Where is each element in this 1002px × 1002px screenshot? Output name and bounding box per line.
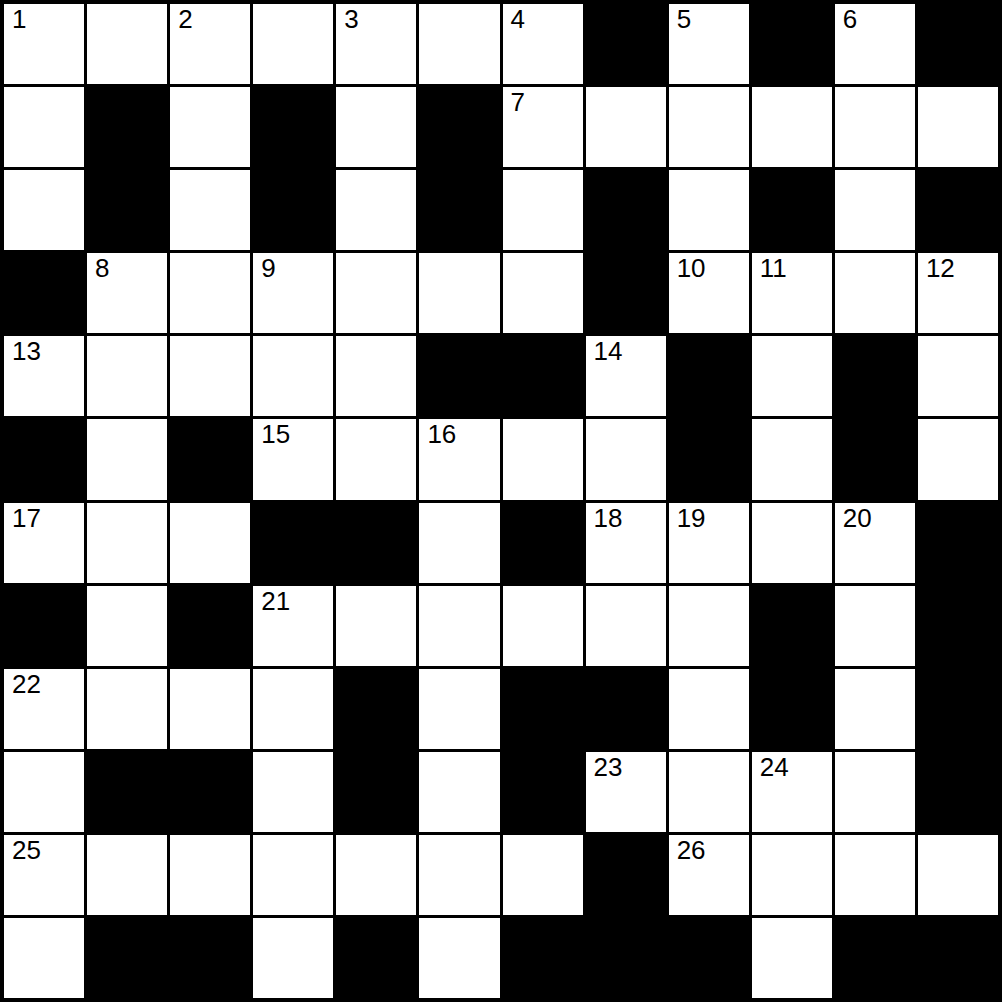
clue-number: 6 — [843, 6, 857, 33]
white-cell-r11c9[interactable] — [752, 918, 832, 998]
clue-number: 8 — [95, 255, 109, 282]
black-cell-r11c8 — [669, 918, 749, 998]
black-cell-r9c4 — [336, 752, 416, 832]
white-cell-r2c8[interactable] — [669, 170, 749, 250]
black-cell-r3c0 — [4, 253, 84, 333]
white-cell-r3c2[interactable] — [170, 253, 250, 333]
black-cell-r2c7 — [586, 170, 666, 250]
clue-number: 19 — [677, 505, 706, 532]
black-cell-r9c2 — [170, 752, 250, 832]
white-cell-r8c1[interactable] — [87, 669, 167, 749]
white-cell-r1c2[interactable] — [170, 87, 250, 167]
black-cell-r8c11 — [918, 669, 998, 749]
black-cell-r11c7 — [586, 918, 666, 998]
white-cell-r8c2[interactable] — [170, 669, 250, 749]
white-cell-r3c6[interactable] — [503, 253, 583, 333]
white-cell-r3c1[interactable]: 8 — [87, 253, 167, 333]
white-cell-r8c5[interactable] — [419, 669, 499, 749]
white-cell-r10c10[interactable] — [835, 835, 915, 915]
white-cell-r6c7[interactable]: 18 — [586, 503, 666, 583]
clue-number: 24 — [760, 754, 789, 781]
black-cell-r1c1 — [87, 87, 167, 167]
white-cell-r5c3[interactable]: 15 — [253, 419, 333, 499]
white-cell-r7c10[interactable] — [835, 586, 915, 666]
white-cell-r6c1[interactable] — [87, 503, 167, 583]
white-cell-r3c8[interactable]: 10 — [669, 253, 749, 333]
white-cell-r3c4[interactable] — [336, 253, 416, 333]
white-cell-r1c4[interactable] — [336, 87, 416, 167]
clue-number: 10 — [677, 255, 706, 282]
clue-number: 9 — [261, 255, 275, 282]
white-cell-r4c11[interactable] — [918, 336, 998, 416]
white-cell-r8c3[interactable] — [253, 669, 333, 749]
white-cell-r0c6[interactable]: 4 — [503, 4, 583, 84]
clue-number: 18 — [594, 505, 623, 532]
clue-number: 11 — [760, 255, 787, 282]
white-cell-r9c3[interactable] — [253, 752, 333, 832]
white-cell-r5c6[interactable] — [503, 419, 583, 499]
white-cell-r2c6[interactable] — [503, 170, 583, 250]
white-cell-r8c10[interactable] — [835, 669, 915, 749]
white-cell-r2c4[interactable] — [336, 170, 416, 250]
white-cell-r8c8[interactable] — [669, 669, 749, 749]
black-cell-r5c0 — [4, 419, 84, 499]
black-cell-r6c3 — [253, 503, 333, 583]
white-cell-r9c7[interactable]: 23 — [586, 752, 666, 832]
white-cell-r10c0[interactable]: 25 — [4, 835, 84, 915]
black-cell-r4c6 — [503, 336, 583, 416]
clue-number: 21 — [261, 588, 290, 615]
clue-number: 15 — [261, 421, 290, 448]
clue-number: 13 — [12, 338, 41, 365]
white-cell-r1c6[interactable]: 7 — [503, 87, 583, 167]
black-cell-r11c1 — [87, 918, 167, 998]
black-cell-r5c10 — [835, 419, 915, 499]
white-cell-r4c2[interactable] — [170, 336, 250, 416]
white-cell-r1c9[interactable] — [752, 87, 832, 167]
clue-number: 17 — [12, 505, 41, 532]
black-cell-r11c2 — [170, 918, 250, 998]
white-cell-r1c8[interactable] — [669, 87, 749, 167]
black-cell-r8c7 — [586, 669, 666, 749]
white-cell-r4c7[interactable]: 14 — [586, 336, 666, 416]
black-cell-r0c7 — [586, 4, 666, 84]
white-cell-r1c7[interactable] — [586, 87, 666, 167]
white-cell-r7c4[interactable] — [336, 586, 416, 666]
white-cell-r4c0[interactable]: 13 — [4, 336, 84, 416]
black-cell-r6c6 — [503, 503, 583, 583]
white-cell-r9c10[interactable] — [835, 752, 915, 832]
white-cell-r10c3[interactable] — [253, 835, 333, 915]
white-cell-r10c9[interactable] — [752, 835, 832, 915]
black-cell-r7c2 — [170, 586, 250, 666]
white-cell-r0c1[interactable] — [87, 4, 167, 84]
black-cell-r10c7 — [586, 835, 666, 915]
black-cell-r2c9 — [752, 170, 832, 250]
white-cell-r0c4[interactable]: 3 — [336, 4, 416, 84]
black-cell-r9c1 — [87, 752, 167, 832]
white-cell-r10c6[interactable] — [503, 835, 583, 915]
black-cell-r2c1 — [87, 170, 167, 250]
clue-number: 20 — [843, 505, 872, 532]
black-cell-r2c5 — [419, 170, 499, 250]
clue-number: 1 — [12, 6, 26, 33]
black-cell-r7c11 — [918, 586, 998, 666]
clue-number: 5 — [677, 6, 691, 33]
white-cell-r5c9[interactable] — [752, 419, 832, 499]
white-cell-r6c5[interactable] — [419, 503, 499, 583]
white-cell-r9c8[interactable] — [669, 752, 749, 832]
white-cell-r6c8[interactable]: 19 — [669, 503, 749, 583]
white-cell-r1c10[interactable] — [835, 87, 915, 167]
black-cell-r6c4 — [336, 503, 416, 583]
white-cell-r4c1[interactable] — [87, 336, 167, 416]
black-cell-r11c6 — [503, 918, 583, 998]
black-cell-r0c9 — [752, 4, 832, 84]
clue-number: 4 — [511, 6, 525, 33]
white-cell-r10c1[interactable] — [87, 835, 167, 915]
white-cell-r10c5[interactable] — [419, 835, 499, 915]
white-cell-r11c3[interactable] — [253, 918, 333, 998]
clue-number: 3 — [344, 6, 358, 33]
white-cell-r3c5[interactable] — [419, 253, 499, 333]
white-cell-r9c9[interactable]: 24 — [752, 752, 832, 832]
clue-number: 23 — [594, 754, 623, 781]
clue-number: 12 — [926, 255, 955, 282]
white-cell-r0c2[interactable]: 2 — [170, 4, 250, 84]
white-cell-r5c11[interactable] — [918, 419, 998, 499]
clue-number: 2 — [178, 6, 192, 33]
white-cell-r6c9[interactable] — [752, 503, 832, 583]
white-cell-r7c7[interactable] — [586, 586, 666, 666]
black-cell-r5c8 — [669, 419, 749, 499]
white-cell-r7c1[interactable] — [87, 586, 167, 666]
white-cell-r3c3[interactable]: 9 — [253, 253, 333, 333]
white-cell-r10c11[interactable] — [918, 835, 998, 915]
black-cell-r11c10 — [835, 918, 915, 998]
black-cell-r1c3 — [253, 87, 333, 167]
white-cell-r6c0[interactable]: 17 — [4, 503, 84, 583]
white-cell-r0c10[interactable]: 6 — [835, 4, 915, 84]
white-cell-r3c9[interactable]: 11 — [752, 253, 832, 333]
black-cell-r3c7 — [586, 253, 666, 333]
white-cell-r0c0[interactable]: 1 — [4, 4, 84, 84]
black-cell-r2c3 — [253, 170, 333, 250]
black-cell-r11c11 — [918, 918, 998, 998]
white-cell-r0c5[interactable] — [419, 4, 499, 84]
black-cell-r2c11 — [918, 170, 998, 250]
clue-number: 7 — [511, 89, 525, 116]
white-cell-r4c4[interactable] — [336, 336, 416, 416]
black-cell-r7c9 — [752, 586, 832, 666]
white-cell-r1c11[interactable] — [918, 87, 998, 167]
clue-number: 22 — [12, 671, 41, 698]
black-cell-r6c11 — [918, 503, 998, 583]
white-cell-r2c10[interactable] — [835, 170, 915, 250]
clue-number: 26 — [677, 837, 706, 864]
white-cell-r0c3[interactable] — [253, 4, 333, 84]
white-cell-r6c2[interactable] — [170, 503, 250, 583]
white-cell-r7c5[interactable] — [419, 586, 499, 666]
white-cell-r5c1[interactable] — [87, 419, 167, 499]
white-cell-r2c0[interactable] — [4, 170, 84, 250]
black-cell-r1c5 — [419, 87, 499, 167]
white-cell-r5c4[interactable] — [336, 419, 416, 499]
black-cell-r4c8 — [669, 336, 749, 416]
black-cell-r5c2 — [170, 419, 250, 499]
white-cell-r9c0[interactable] — [4, 752, 84, 832]
white-cell-r7c6[interactable] — [503, 586, 583, 666]
white-cell-r5c7[interactable] — [586, 419, 666, 499]
white-cell-r11c0[interactable] — [4, 918, 84, 998]
black-cell-r9c11 — [918, 752, 998, 832]
white-cell-r10c2[interactable] — [170, 835, 250, 915]
black-cell-r11c4 — [336, 918, 416, 998]
white-cell-r3c10[interactable] — [835, 253, 915, 333]
black-cell-r8c9 — [752, 669, 832, 749]
white-cell-r4c9[interactable] — [752, 336, 832, 416]
clue-number: 16 — [427, 421, 456, 448]
white-cell-r7c8[interactable] — [669, 586, 749, 666]
black-cell-r8c6 — [503, 669, 583, 749]
white-cell-r5c5[interactable]: 16 — [419, 419, 499, 499]
white-cell-r10c8[interactable]: 26 — [669, 835, 749, 915]
white-cell-r8c0[interactable]: 22 — [4, 669, 84, 749]
white-cell-r4c3[interactable] — [253, 336, 333, 416]
black-cell-r9c6 — [503, 752, 583, 832]
white-cell-r0c8[interactable]: 5 — [669, 4, 749, 84]
clue-number: 25 — [12, 837, 41, 864]
black-cell-r4c10 — [835, 336, 915, 416]
clue-number: 14 — [594, 338, 623, 365]
white-cell-r7c3[interactable]: 21 — [253, 586, 333, 666]
white-cell-r11c5[interactable] — [419, 918, 499, 998]
white-cell-r6c10[interactable]: 20 — [835, 503, 915, 583]
white-cell-r3c11[interactable]: 12 — [918, 253, 998, 333]
crossword-board: 1234567891011121314151617181920212223242… — [0, 0, 1002, 1002]
black-cell-r0c11 — [918, 4, 998, 84]
white-cell-r1c0[interactable] — [4, 87, 84, 167]
black-cell-r4c5 — [419, 336, 499, 416]
white-cell-r10c4[interactable] — [336, 835, 416, 915]
white-cell-r9c5[interactable] — [419, 752, 499, 832]
black-cell-r8c4 — [336, 669, 416, 749]
white-cell-r2c2[interactable] — [170, 170, 250, 250]
black-cell-r7c0 — [4, 586, 84, 666]
